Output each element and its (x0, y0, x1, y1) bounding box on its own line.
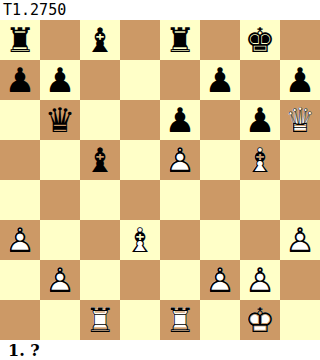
square-b5[interactable] (40, 140, 80, 180)
black-rook[interactable]: ♜ (5, 20, 35, 60)
square-a6[interactable] (0, 100, 40, 140)
black-bishop[interactable]: ♝ (85, 140, 115, 180)
square-b8[interactable] (40, 20, 80, 60)
white-rook[interactable]: ♜♖ (165, 300, 195, 340)
square-e8[interactable]: ♜ (160, 20, 200, 60)
white-rook[interactable]: ♜♖ (85, 300, 115, 340)
black-pawn[interactable]: ♟ (165, 100, 195, 140)
white-bishop[interactable]: ♝♗ (245, 140, 275, 180)
square-d4[interactable] (120, 180, 160, 220)
white-pawn[interactable]: ♟♙ (45, 260, 75, 300)
white-pawn[interactable]: ♟♙ (285, 220, 315, 260)
square-c3[interactable] (80, 220, 120, 260)
square-h8[interactable] (280, 20, 320, 60)
square-f3[interactable] (200, 220, 240, 260)
square-g6[interactable]: ♟ (240, 100, 280, 140)
piece-outline: ♙ (5, 220, 35, 260)
square-a3[interactable]: ♟♙ (0, 220, 40, 260)
puzzle-title: T1.2750 (0, 0, 320, 20)
square-g1[interactable]: ♚♔ (240, 300, 280, 340)
piece-outline: ♔ (245, 300, 275, 340)
square-f8[interactable] (200, 20, 240, 60)
black-pawn[interactable]: ♟ (45, 60, 75, 100)
piece-outline: ♖ (85, 300, 115, 340)
square-c8[interactable]: ♝ (80, 20, 120, 60)
black-queen[interactable]: ♛ (45, 100, 75, 140)
black-pawn[interactable]: ♟ (245, 100, 275, 140)
square-h6[interactable]: ♛♕ (280, 100, 320, 140)
square-g4[interactable] (240, 180, 280, 220)
square-f1[interactable] (200, 300, 240, 340)
square-a2[interactable] (0, 260, 40, 300)
square-a7[interactable]: ♟ (0, 60, 40, 100)
white-queen[interactable]: ♛♕ (285, 100, 315, 140)
square-h1[interactable] (280, 300, 320, 340)
black-rook[interactable]: ♜ (165, 20, 195, 60)
piece-outline: ♗ (245, 140, 275, 180)
black-king[interactable]: ♚ (245, 20, 275, 60)
square-e3[interactable] (160, 220, 200, 260)
square-d3[interactable]: ♝♗ (120, 220, 160, 260)
square-h2[interactable] (280, 260, 320, 300)
piece-outline: ♖ (165, 300, 195, 340)
square-c7[interactable] (80, 60, 120, 100)
piece-outline: ♙ (165, 140, 195, 180)
piece-outline: ♙ (245, 260, 275, 300)
black-pawn[interactable]: ♟ (205, 60, 235, 100)
square-c5[interactable]: ♝ (80, 140, 120, 180)
square-f5[interactable] (200, 140, 240, 180)
square-f4[interactable] (200, 180, 240, 220)
square-g5[interactable]: ♝♗ (240, 140, 280, 180)
square-b1[interactable] (40, 300, 80, 340)
square-c2[interactable] (80, 260, 120, 300)
piece-outline: ♙ (45, 260, 75, 300)
piece-outline: ♙ (285, 220, 315, 260)
square-a8[interactable]: ♜ (0, 20, 40, 60)
square-g2[interactable]: ♟♙ (240, 260, 280, 300)
square-b6[interactable]: ♛ (40, 100, 80, 140)
piece-outline: ♙ (205, 260, 235, 300)
piece-outline: ♗ (125, 220, 155, 260)
square-e7[interactable] (160, 60, 200, 100)
square-g7[interactable] (240, 60, 280, 100)
white-king[interactable]: ♚♔ (245, 300, 275, 340)
piece-outline: ♕ (285, 100, 315, 140)
square-a1[interactable] (0, 300, 40, 340)
square-e5[interactable]: ♟♙ (160, 140, 200, 180)
square-b7[interactable]: ♟ (40, 60, 80, 100)
square-h3[interactable]: ♟♙ (280, 220, 320, 260)
square-e1[interactable]: ♜♖ (160, 300, 200, 340)
white-bishop[interactable]: ♝♗ (125, 220, 155, 260)
chess-board: ♜♝♜♚♟♟♟♟♛♟♟♛♕♝♟♙♝♗♟♙♝♗♟♙♟♙♟♙♟♙♜♖♜♖♚♔ (0, 20, 320, 340)
square-d7[interactable] (120, 60, 160, 100)
square-e4[interactable] (160, 180, 200, 220)
white-pawn[interactable]: ♟♙ (205, 260, 235, 300)
square-f2[interactable]: ♟♙ (200, 260, 240, 300)
square-a4[interactable] (0, 180, 40, 220)
square-h7[interactable]: ♟ (280, 60, 320, 100)
square-d5[interactable] (120, 140, 160, 180)
black-pawn[interactable]: ♟ (5, 60, 35, 100)
square-h5[interactable] (280, 140, 320, 180)
square-d8[interactable] (120, 20, 160, 60)
chess-puzzle-app: T1.2750 ♜♝♜♚♟♟♟♟♛♟♟♛♕♝♟♙♝♗♟♙♝♗♟♙♟♙♟♙♟♙♜♖… (0, 0, 320, 360)
square-b3[interactable] (40, 220, 80, 260)
move-prompt: 1. ? (0, 340, 320, 360)
square-d1[interactable] (120, 300, 160, 340)
square-e6[interactable]: ♟ (160, 100, 200, 140)
square-f7[interactable]: ♟ (200, 60, 240, 100)
square-d2[interactable] (120, 260, 160, 300)
black-pawn[interactable]: ♟ (285, 60, 315, 100)
square-g8[interactable]: ♚ (240, 20, 280, 60)
square-c1[interactable]: ♜♖ (80, 300, 120, 340)
white-pawn[interactable]: ♟♙ (165, 140, 195, 180)
square-e2[interactable] (160, 260, 200, 300)
white-pawn[interactable]: ♟♙ (245, 260, 275, 300)
square-c6[interactable] (80, 100, 120, 140)
white-pawn[interactable]: ♟♙ (5, 220, 35, 260)
square-b4[interactable] (40, 180, 80, 220)
square-b2[interactable]: ♟♙ (40, 260, 80, 300)
square-h4[interactable] (280, 180, 320, 220)
square-f6[interactable] (200, 100, 240, 140)
black-bishop[interactable]: ♝ (85, 20, 115, 60)
square-c4[interactable] (80, 180, 120, 220)
square-g3[interactable] (240, 220, 280, 260)
square-a5[interactable] (0, 140, 40, 180)
square-d6[interactable] (120, 100, 160, 140)
